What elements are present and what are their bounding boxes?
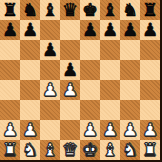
square-e7[interactable]: ♟ (80, 20, 100, 40)
square-g2[interactable]: ♟ (120, 120, 140, 140)
square-b2[interactable]: ♟ (20, 120, 40, 140)
white-knight[interactable]: ♞ (22, 140, 38, 160)
square-f1[interactable]: ♝ (100, 140, 120, 160)
white-king[interactable]: ♚ (82, 140, 98, 160)
black-pawn[interactable]: ♟ (122, 20, 138, 40)
square-c1[interactable]: ♝ (40, 140, 60, 160)
square-h7[interactable]: ♟ (140, 20, 160, 40)
white-knight[interactable]: ♞ (122, 140, 138, 160)
white-rook[interactable]: ♜ (142, 140, 158, 160)
square-g1[interactable]: ♞ (120, 140, 140, 160)
square-a8[interactable]: ♜ (0, 0, 20, 20)
square-f4[interactable] (100, 80, 120, 100)
white-pawn[interactable]: ♟ (122, 120, 138, 140)
black-pawn[interactable]: ♟ (82, 20, 98, 40)
square-g5[interactable] (120, 60, 140, 80)
square-e5[interactable] (80, 60, 100, 80)
square-c7[interactable] (40, 20, 60, 40)
square-b8[interactable]: ♞ (20, 0, 40, 20)
black-pawn[interactable]: ♟ (42, 40, 58, 60)
square-f5[interactable] (100, 60, 120, 80)
square-d5[interactable]: ♟ (60, 60, 80, 80)
square-d3[interactable] (60, 100, 80, 120)
square-a6[interactable] (0, 40, 20, 60)
square-h1[interactable]: ♜ (140, 140, 160, 160)
black-pawn[interactable]: ♟ (2, 20, 18, 40)
square-e8[interactable]: ♚ (80, 0, 100, 20)
white-pawn[interactable]: ♟ (142, 120, 158, 140)
square-e6[interactable] (80, 40, 100, 60)
square-e1[interactable]: ♚ (80, 140, 100, 160)
white-bishop[interactable]: ♝ (42, 140, 58, 160)
square-h2[interactable]: ♟ (140, 120, 160, 140)
white-pawn[interactable]: ♟ (22, 120, 38, 140)
square-d8[interactable]: ♛ (60, 0, 80, 20)
chess-board: ♜♞♝♛♚♝♞♜♟♟♟♟♟♟♟♟♟♟♟♟♟♟♟♟♜♞♝♛♚♝♞♜ (0, 0, 160, 160)
white-rook[interactable]: ♜ (2, 140, 18, 160)
square-e4[interactable] (80, 80, 100, 100)
black-pawn[interactable]: ♟ (22, 20, 38, 40)
square-f2[interactable]: ♟ (100, 120, 120, 140)
square-b6[interactable] (20, 40, 40, 60)
square-c4[interactable]: ♟ (40, 80, 60, 100)
white-pawn[interactable]: ♟ (62, 80, 78, 100)
black-knight[interactable]: ♞ (122, 0, 138, 20)
white-pawn[interactable]: ♟ (102, 120, 118, 140)
square-a4[interactable] (0, 80, 20, 100)
square-c5[interactable] (40, 60, 60, 80)
square-g7[interactable]: ♟ (120, 20, 140, 40)
square-b4[interactable] (20, 80, 40, 100)
square-d2[interactable] (60, 120, 80, 140)
square-d1[interactable]: ♛ (60, 140, 80, 160)
black-bishop[interactable]: ♝ (102, 0, 118, 20)
square-d6[interactable] (60, 40, 80, 60)
square-g3[interactable] (120, 100, 140, 120)
white-bishop[interactable]: ♝ (102, 140, 118, 160)
white-pawn[interactable]: ♟ (42, 80, 58, 100)
square-g8[interactable]: ♞ (120, 0, 140, 20)
square-g4[interactable] (120, 80, 140, 100)
black-pawn[interactable]: ♟ (102, 20, 118, 40)
square-f3[interactable] (100, 100, 120, 120)
square-f6[interactable] (100, 40, 120, 60)
square-e3[interactable] (80, 100, 100, 120)
square-h6[interactable] (140, 40, 160, 60)
square-a2[interactable]: ♟ (0, 120, 20, 140)
square-f7[interactable]: ♟ (100, 20, 120, 40)
square-d4[interactable]: ♟ (60, 80, 80, 100)
black-pawn[interactable]: ♟ (142, 20, 158, 40)
black-rook[interactable]: ♜ (2, 0, 18, 20)
square-c8[interactable]: ♝ (40, 0, 60, 20)
square-c3[interactable] (40, 100, 60, 120)
square-b5[interactable] (20, 60, 40, 80)
square-a3[interactable] (0, 100, 20, 120)
square-a7[interactable]: ♟ (0, 20, 20, 40)
square-g6[interactable] (120, 40, 140, 60)
square-f8[interactable]: ♝ (100, 0, 120, 20)
square-c2[interactable] (40, 120, 60, 140)
square-h5[interactable] (140, 60, 160, 80)
square-e2[interactable]: ♟ (80, 120, 100, 140)
square-h8[interactable]: ♜ (140, 0, 160, 20)
white-queen[interactable]: ♛ (62, 140, 78, 160)
square-h3[interactable] (140, 100, 160, 120)
black-queen[interactable]: ♛ (62, 0, 78, 20)
black-pawn[interactable]: ♟ (62, 60, 78, 80)
square-c6[interactable]: ♟ (40, 40, 60, 60)
white-pawn[interactable]: ♟ (82, 120, 98, 140)
black-king[interactable]: ♚ (82, 0, 98, 20)
black-knight[interactable]: ♞ (22, 0, 38, 20)
chess-board-frame: ♜♞♝♛♚♝♞♜♟♟♟♟♟♟♟♟♟♟♟♟♟♟♟♟♜♞♝♛♚♝♞♜ (0, 0, 162, 162)
square-b3[interactable] (20, 100, 40, 120)
white-pawn[interactable]: ♟ (2, 120, 18, 140)
square-b7[interactable]: ♟ (20, 20, 40, 40)
square-b1[interactable]: ♞ (20, 140, 40, 160)
square-h4[interactable] (140, 80, 160, 100)
square-a1[interactable]: ♜ (0, 140, 20, 160)
square-d7[interactable] (60, 20, 80, 40)
black-bishop[interactable]: ♝ (42, 0, 58, 20)
black-rook[interactable]: ♜ (142, 0, 158, 20)
square-a5[interactable] (0, 60, 20, 80)
